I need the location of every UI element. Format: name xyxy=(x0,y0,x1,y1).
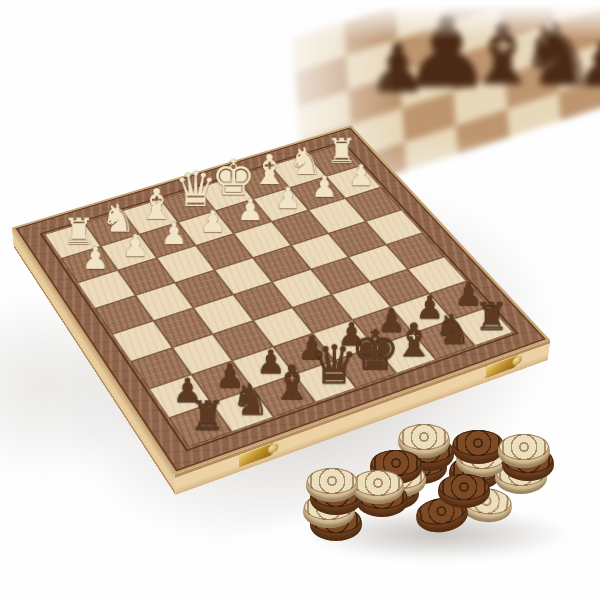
brown-queen: ♛ xyxy=(310,339,356,392)
checker-stack xyxy=(498,434,550,494)
checker-stack xyxy=(438,474,490,508)
checker-disc-dark xyxy=(438,474,490,508)
checker-stack xyxy=(306,468,358,541)
checker-stack xyxy=(352,470,404,517)
white-pawn: ♟ xyxy=(340,161,381,190)
white-pawn: ♟ xyxy=(191,207,233,237)
white-pawn: ♟ xyxy=(267,183,309,213)
white-pawn: ♟ xyxy=(74,243,117,274)
brown-knight: ♞ xyxy=(430,308,475,350)
product-photo: ♟♟♝♞♟ ♜♞♝♛♚♝♞♜♟♟♟♟♟♟♟♟♟♟♟♟♟♟♟♟♜♞♝♛♚♝♞♜ xyxy=(0,0,600,600)
brown-knight: ♞ xyxy=(227,378,274,421)
white-pawn: ♟ xyxy=(304,172,345,202)
checker-disc-dark xyxy=(452,430,504,464)
checker-disc-light xyxy=(498,434,550,468)
checker-disc-light xyxy=(306,468,358,502)
brown-rook: ♜ xyxy=(469,298,514,336)
brown-bishop: ♝ xyxy=(269,359,316,406)
background-pawn-icon: ♟ xyxy=(576,34,600,94)
white-pawn: ♟ xyxy=(114,231,157,262)
white-pawn: ♟ xyxy=(153,219,196,249)
brown-rook: ♜ xyxy=(184,396,231,436)
checker-disc-light xyxy=(352,470,404,504)
white-pawn: ♟ xyxy=(229,195,271,225)
